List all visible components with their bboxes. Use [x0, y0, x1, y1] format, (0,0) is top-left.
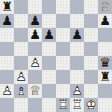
piece-glyph: ♔: [84, 98, 98, 112]
square-h6[interactable]: [98, 28, 112, 42]
square-g1[interactable]: ♚♔: [84, 98, 98, 112]
square-b2[interactable]: ♝♗: [14, 84, 28, 98]
square-g5[interactable]: [84, 42, 98, 56]
piece-glyph: ♟: [70, 28, 84, 42]
square-c6[interactable]: ♟: [28, 28, 42, 42]
square-g2[interactable]: [84, 84, 98, 98]
piece-glyph: ♕: [28, 84, 42, 98]
square-c2[interactable]: ♛♕: [28, 84, 42, 98]
piece-glyph: ♟: [28, 14, 42, 28]
square-a6[interactable]: [0, 28, 14, 42]
square-c4[interactable]: ♟♙: [28, 56, 42, 70]
square-b6[interactable]: [14, 28, 28, 42]
square-g3[interactable]: [84, 70, 98, 84]
square-f8[interactable]: [70, 0, 84, 14]
piece-black-rook[interactable]: ♜: [98, 70, 112, 84]
square-d5[interactable]: [42, 42, 56, 56]
square-c8[interactable]: [28, 0, 42, 14]
piece-white-pawn[interactable]: ♟♙: [0, 84, 14, 98]
square-b4[interactable]: [14, 56, 28, 70]
piece-black-rook[interactable]: ♜: [0, 0, 14, 14]
piece-black-queen[interactable]: ♛: [98, 56, 112, 70]
square-a8[interactable]: ♜: [0, 0, 14, 14]
square-d8[interactable]: [42, 0, 56, 14]
square-f5[interactable]: [70, 42, 84, 56]
square-g8[interactable]: [84, 0, 98, 14]
square-f1[interactable]: ♜♖: [70, 98, 84, 112]
piece-white-king[interactable]: ♚♔: [84, 98, 98, 112]
piece-white-pawn[interactable]: ♟♙: [28, 56, 42, 70]
square-a7[interactable]: ♟: [0, 14, 14, 28]
chess-board-wrapper: ♜♛♕♟♟♟♟♟♟♟♙♛♟♙♜♟♙♝♗♛♕♟♙♜♖♜♖♚♔: [0, 0, 112, 112]
piece-white-queen[interactable]: ♛♕: [98, 0, 112, 14]
piece-white-bishop[interactable]: ♝♗: [14, 84, 28, 98]
square-f7[interactable]: [70, 14, 84, 28]
square-c3[interactable]: [28, 70, 42, 84]
piece-black-pawn[interactable]: ♟: [70, 28, 84, 42]
piece-white-rook[interactable]: ♜♖: [56, 98, 70, 112]
square-g7[interactable]: [84, 14, 98, 28]
square-b7[interactable]: [14, 14, 28, 28]
square-h5[interactable]: [98, 42, 112, 56]
piece-black-pawn[interactable]: ♟: [42, 28, 56, 42]
square-e5[interactable]: [56, 42, 70, 56]
piece-glyph: ♖: [56, 98, 70, 112]
square-d6[interactable]: ♟: [42, 28, 56, 42]
piece-glyph: ♜: [98, 70, 112, 84]
square-b3[interactable]: ♟♙: [14, 70, 28, 84]
square-a3[interactable]: [0, 70, 14, 84]
piece-white-pawn[interactable]: ♟♙: [70, 84, 84, 98]
piece-glyph: ♟: [28, 28, 42, 42]
square-e3[interactable]: [56, 70, 70, 84]
square-a5[interactable]: [0, 42, 14, 56]
square-f4[interactable]: [70, 56, 84, 70]
piece-white-pawn[interactable]: ♟♙: [14, 70, 28, 84]
piece-glyph: ♙: [0, 84, 14, 98]
piece-black-pawn[interactable]: ♟: [28, 14, 42, 28]
piece-black-pawn[interactable]: ♟: [98, 14, 112, 28]
piece-black-pawn[interactable]: ♟: [0, 14, 14, 28]
square-e7[interactable]: [56, 14, 70, 28]
piece-glyph: ♟: [0, 14, 14, 28]
square-b1[interactable]: [14, 98, 28, 112]
piece-white-queen[interactable]: ♛♕: [28, 84, 42, 98]
square-a4[interactable]: [0, 56, 14, 70]
square-b8[interactable]: [14, 0, 28, 14]
square-e8[interactable]: [56, 0, 70, 14]
square-d4[interactable]: [42, 56, 56, 70]
square-g6[interactable]: [84, 28, 98, 42]
piece-white-rook[interactable]: ♜♖: [70, 98, 84, 112]
piece-glyph: ♗: [14, 84, 28, 98]
square-e4[interactable]: [56, 56, 70, 70]
square-a1[interactable]: [0, 98, 14, 112]
piece-glyph: ♟: [42, 28, 56, 42]
square-f2[interactable]: ♟♙: [70, 84, 84, 98]
square-c1[interactable]: [28, 98, 42, 112]
square-d1[interactable]: [42, 98, 56, 112]
square-h4[interactable]: ♛: [98, 56, 112, 70]
square-d3[interactable]: [42, 70, 56, 84]
square-b5[interactable]: [14, 42, 28, 56]
square-h1[interactable]: [98, 98, 112, 112]
piece-glyph: ♙: [14, 70, 28, 84]
square-h8[interactable]: ♛♕: [98, 0, 112, 14]
square-g4[interactable]: [84, 56, 98, 70]
piece-glyph: ♕: [98, 0, 112, 14]
square-f3[interactable]: [70, 70, 84, 84]
piece-glyph: ♜: [0, 0, 14, 14]
square-d2[interactable]: [42, 84, 56, 98]
piece-glyph: ♙: [28, 56, 42, 70]
square-e1[interactable]: ♜♖: [56, 98, 70, 112]
square-c5[interactable]: [28, 42, 42, 56]
square-e6[interactable]: [56, 28, 70, 42]
piece-glyph: ♖: [70, 98, 84, 112]
square-e2[interactable]: [56, 84, 70, 98]
piece-black-pawn[interactable]: ♟: [28, 28, 42, 42]
piece-glyph: ♛: [98, 56, 112, 70]
square-h2[interactable]: [98, 84, 112, 98]
square-h7[interactable]: ♟: [98, 14, 112, 28]
square-c7[interactable]: ♟: [28, 14, 42, 28]
square-f6[interactable]: ♟: [70, 28, 84, 42]
piece-glyph: ♙: [70, 84, 84, 98]
square-d7[interactable]: [42, 14, 56, 28]
chess-board: ♜♛♕♟♟♟♟♟♟♟♙♛♟♙♜♟♙♝♗♛♕♟♙♜♖♜♖♚♔: [0, 0, 112, 112]
square-h3[interactable]: ♜: [98, 70, 112, 84]
square-a2[interactable]: ♟♙: [0, 84, 14, 98]
piece-glyph: ♟: [98, 14, 112, 28]
